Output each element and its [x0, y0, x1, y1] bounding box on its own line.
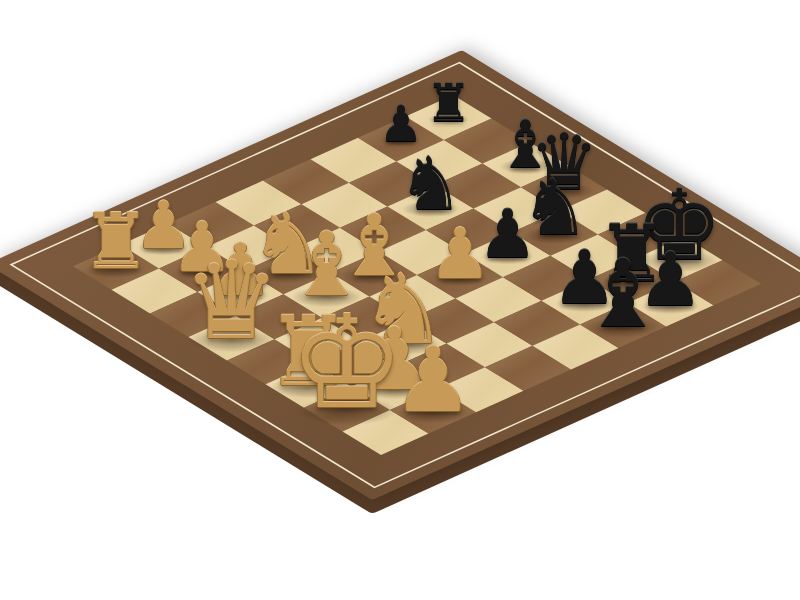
white-rook-a1[interactable]: ♜ — [78, 204, 155, 281]
black-bishop-h6[interactable]: ♝ — [576, 247, 670, 341]
white-pawn-h2[interactable]: ♟ — [388, 336, 478, 426]
chess-product-photo: ♜♛♜♚♟♟♟♟♟♞♝♞♝♟♟♟♝♞♟♞♜♟♜♝♛♚ — [0, 0, 800, 600]
black-rook-a8[interactable]: ♜ — [423, 77, 475, 129]
